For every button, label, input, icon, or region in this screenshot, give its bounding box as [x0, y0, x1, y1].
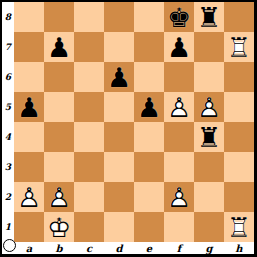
square-b2[interactable]: ♟♙ — [44, 182, 74, 212]
file-labels: abcdefgh — [14, 242, 254, 254]
square-e2[interactable] — [134, 182, 164, 212]
square-a7[interactable] — [14, 32, 44, 62]
white-pawn-piece[interactable]: ♟♙ — [164, 182, 194, 212]
square-f4[interactable] — [164, 122, 194, 152]
piece-outline-layer: ♖ — [224, 212, 254, 242]
square-h4[interactable] — [224, 122, 254, 152]
piece-outline-layer: ♙ — [44, 182, 74, 212]
square-a2[interactable]: ♟♙ — [14, 182, 44, 212]
diagram-frame: 87654321 ♚♜♟♟♜♖♟♟♟♟♙♟♙♜♟♙♟♙♟♙♚♔♜♖ abcdef… — [0, 0, 257, 257]
square-g8[interactable]: ♜ — [194, 2, 224, 32]
square-h3[interactable] — [224, 152, 254, 182]
white-king-piece[interactable]: ♚♔ — [44, 212, 74, 242]
square-g5[interactable]: ♟♙ — [194, 92, 224, 122]
square-g3[interactable] — [194, 152, 224, 182]
square-a6[interactable] — [14, 62, 44, 92]
file-label-c: c — [74, 242, 104, 254]
black-pawn-piece[interactable]: ♟ — [134, 92, 164, 122]
piece-outline-layer: ♙ — [164, 182, 194, 212]
file-label-g: g — [194, 242, 224, 254]
piece-outline-layer: ♖ — [224, 32, 254, 62]
square-b1[interactable]: ♚♔ — [44, 212, 74, 242]
file-label-e: e — [134, 242, 164, 254]
square-c2[interactable] — [74, 182, 104, 212]
rank-label-2: 2 — [2, 182, 14, 212]
file-label-a: a — [14, 242, 44, 254]
square-c7[interactable] — [74, 32, 104, 62]
square-c4[interactable] — [74, 122, 104, 152]
square-h5[interactable] — [224, 92, 254, 122]
square-d3[interactable] — [104, 152, 134, 182]
square-a3[interactable] — [14, 152, 44, 182]
rank-label-5: 5 — [2, 92, 14, 122]
square-f3[interactable] — [164, 152, 194, 182]
square-e6[interactable] — [134, 62, 164, 92]
square-d4[interactable] — [104, 122, 134, 152]
square-e3[interactable] — [134, 152, 164, 182]
square-e1[interactable] — [134, 212, 164, 242]
square-c5[interactable] — [74, 92, 104, 122]
square-d8[interactable] — [104, 2, 134, 32]
rank-label-7: 7 — [2, 32, 14, 62]
square-d6[interactable]: ♟ — [104, 62, 134, 92]
white-rook-piece[interactable]: ♜♖ — [224, 212, 254, 242]
rank-labels: 87654321 — [2, 2, 14, 242]
square-f7[interactable]: ♟ — [164, 32, 194, 62]
square-d7[interactable] — [104, 32, 134, 62]
piece-outline-layer: ♙ — [194, 92, 224, 122]
square-b8[interactable] — [44, 2, 74, 32]
piece-outline-layer: ♔ — [44, 212, 74, 242]
square-e8[interactable] — [134, 2, 164, 32]
square-g4[interactable]: ♜ — [194, 122, 224, 152]
square-h7[interactable]: ♜♖ — [224, 32, 254, 62]
square-h6[interactable] — [224, 62, 254, 92]
square-g2[interactable] — [194, 182, 224, 212]
square-d2[interactable] — [104, 182, 134, 212]
square-h8[interactable] — [224, 2, 254, 32]
square-f8[interactable]: ♚ — [164, 2, 194, 32]
black-rook-piece[interactable]: ♜ — [194, 2, 224, 32]
square-b6[interactable] — [44, 62, 74, 92]
white-pawn-piece[interactable]: ♟♙ — [14, 182, 44, 212]
square-g7[interactable] — [194, 32, 224, 62]
diagram-panel: 87654321 ♚♜♟♟♜♖♟♟♟♟♙♟♙♜♟♙♟♙♟♙♚♔♜♖ abcdef… — [2, 2, 254, 254]
rank-label-1: 1 — [2, 212, 14, 242]
white-to-move-indicator — [3, 239, 16, 252]
square-h2[interactable] — [224, 182, 254, 212]
square-e4[interactable] — [134, 122, 164, 152]
square-f1[interactable] — [164, 212, 194, 242]
file-label-d: d — [104, 242, 134, 254]
square-a1[interactable] — [14, 212, 44, 242]
square-c1[interactable] — [74, 212, 104, 242]
square-e7[interactable] — [134, 32, 164, 62]
square-a8[interactable] — [14, 2, 44, 32]
square-f6[interactable] — [164, 62, 194, 92]
file-label-f: f — [164, 242, 194, 254]
file-label-h: h — [224, 242, 254, 254]
square-e5[interactable]: ♟ — [134, 92, 164, 122]
piece-outline-layer: ♙ — [14, 182, 44, 212]
square-h1[interactable]: ♜♖ — [224, 212, 254, 242]
square-b5[interactable] — [44, 92, 74, 122]
square-f2[interactable]: ♟♙ — [164, 182, 194, 212]
square-c8[interactable] — [74, 2, 104, 32]
board: ♚♜♟♟♜♖♟♟♟♟♙♟♙♜♟♙♟♙♟♙♚♔♜♖ — [14, 2, 254, 242]
file-label-b: b — [44, 242, 74, 254]
square-b7[interactable]: ♟ — [44, 32, 74, 62]
square-c3[interactable] — [74, 152, 104, 182]
rank-label-3: 3 — [2, 152, 14, 182]
square-g6[interactable] — [194, 62, 224, 92]
white-pawn-piece[interactable]: ♟♙ — [164, 92, 194, 122]
black-pawn-piece[interactable]: ♟ — [104, 62, 134, 92]
square-d1[interactable] — [104, 212, 134, 242]
square-g1[interactable] — [194, 212, 224, 242]
square-b3[interactable] — [44, 152, 74, 182]
piece-outline-layer: ♙ — [164, 92, 194, 122]
rank-label-6: 6 — [2, 62, 14, 92]
square-a5[interactable]: ♟ — [14, 92, 44, 122]
rank-label-4: 4 — [2, 122, 14, 152]
square-c6[interactable] — [74, 62, 104, 92]
white-pawn-piece[interactable]: ♟♙ — [194, 92, 224, 122]
black-pawn-piece[interactable]: ♟ — [44, 32, 74, 62]
black-pawn-piece[interactable]: ♟ — [14, 92, 44, 122]
square-d5[interactable] — [104, 92, 134, 122]
white-rook-piece[interactable]: ♜♖ — [224, 32, 254, 62]
white-pawn-piece[interactable]: ♟♙ — [44, 182, 74, 212]
rank-label-8: 8 — [2, 2, 14, 32]
black-king-piece[interactable]: ♚ — [164, 2, 194, 32]
square-b4[interactable] — [44, 122, 74, 152]
black-rook-piece[interactable]: ♜ — [194, 122, 224, 152]
square-f5[interactable]: ♟♙ — [164, 92, 194, 122]
square-a4[interactable] — [14, 122, 44, 152]
black-pawn-piece[interactable]: ♟ — [164, 32, 194, 62]
